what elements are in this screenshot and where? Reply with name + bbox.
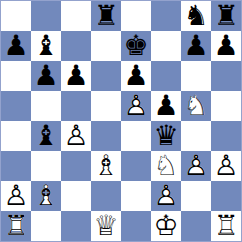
square-b2[interactable]: ♝♗	[31, 181, 61, 211]
piece-outline: ♙	[211, 151, 241, 181]
square-d2[interactable]	[91, 181, 121, 211]
square-c3[interactable]	[61, 151, 91, 181]
square-h5[interactable]	[211, 91, 241, 121]
square-c1[interactable]	[61, 211, 91, 241]
square-g5[interactable]: ♞♘	[181, 91, 211, 121]
black-rook[interactable]: ♜	[91, 1, 121, 31]
piece-fill: ♛	[151, 121, 181, 151]
piece-fill: ♝	[31, 121, 61, 151]
square-g7[interactable]: ♟	[181, 31, 211, 61]
square-b4[interactable]: ♝	[31, 121, 61, 151]
chess-board: ♜♞♜♟♝♚♟♟♟♟♟♟♙♟♞♘♝♟♙♛♝♗♞♘♟♙♟♙♟♙♝♗♟♙♜♖♛♕♚♔…	[0, 0, 242, 242]
square-a7[interactable]: ♟	[1, 31, 31, 61]
square-d8[interactable]: ♜	[91, 1, 121, 31]
piece-outline: ♗	[91, 151, 121, 181]
square-c5[interactable]	[61, 91, 91, 121]
black-pawn[interactable]: ♟	[31, 61, 61, 91]
white-knight[interactable]: ♞♘	[151, 151, 181, 181]
square-a3[interactable]	[1, 151, 31, 181]
square-a5[interactable]	[1, 91, 31, 121]
square-b6[interactable]: ♟	[31, 61, 61, 91]
white-king[interactable]: ♚♔	[151, 211, 181, 241]
square-g1[interactable]	[181, 211, 211, 241]
white-knight[interactable]: ♞♘	[181, 91, 211, 121]
piece-fill: ♟	[1, 31, 31, 61]
white-rook[interactable]: ♜♖	[211, 211, 241, 241]
piece-fill: ♟	[181, 31, 211, 61]
white-pawn[interactable]: ♟♙	[211, 151, 241, 181]
black-pawn[interactable]: ♟	[61, 61, 91, 91]
square-g4[interactable]	[181, 121, 211, 151]
piece-outline: ♙	[1, 181, 31, 211]
piece-fill: ♟	[121, 61, 151, 91]
black-pawn[interactable]: ♟	[181, 31, 211, 61]
square-c4[interactable]: ♟♙	[61, 121, 91, 151]
piece-outline: ♙	[181, 151, 211, 181]
white-pawn[interactable]: ♟♙	[181, 151, 211, 181]
square-g8[interactable]: ♞	[181, 1, 211, 31]
white-pawn[interactable]: ♟♙	[121, 91, 151, 121]
square-d4[interactable]	[91, 121, 121, 151]
square-c2[interactable]	[61, 181, 91, 211]
black-king[interactable]: ♚	[121, 31, 151, 61]
square-a4[interactable]	[1, 121, 31, 151]
square-b7[interactable]: ♝	[31, 31, 61, 61]
square-f7[interactable]	[151, 31, 181, 61]
square-h8[interactable]: ♜	[211, 1, 241, 31]
square-g2[interactable]	[181, 181, 211, 211]
square-f6[interactable]	[151, 61, 181, 91]
square-c6[interactable]: ♟	[61, 61, 91, 91]
square-f1[interactable]: ♚♔	[151, 211, 181, 241]
square-c7[interactable]	[61, 31, 91, 61]
square-h7[interactable]: ♟	[211, 31, 241, 61]
piece-fill: ♜	[211, 1, 241, 31]
piece-fill: ♜	[91, 1, 121, 31]
square-d5[interactable]	[91, 91, 121, 121]
piece-fill: ♝	[31, 31, 61, 61]
square-h2[interactable]	[211, 181, 241, 211]
square-e5[interactable]: ♟♙	[121, 91, 151, 121]
square-h6[interactable]	[211, 61, 241, 91]
piece-outline: ♔	[151, 211, 181, 241]
square-a1[interactable]: ♜♖	[1, 211, 31, 241]
square-b3[interactable]	[31, 151, 61, 181]
black-bishop[interactable]: ♝	[31, 121, 61, 151]
square-f3[interactable]: ♞♘	[151, 151, 181, 181]
piece-outline: ♖	[211, 211, 241, 241]
piece-outline: ♘	[151, 151, 181, 181]
square-f5[interactable]: ♟	[151, 91, 181, 121]
square-a2[interactable]: ♟♙	[1, 181, 31, 211]
square-e3[interactable]	[121, 151, 151, 181]
white-pawn[interactable]: ♟♙	[1, 181, 31, 211]
white-bishop[interactable]: ♝♗	[91, 151, 121, 181]
black-knight[interactable]: ♞	[181, 1, 211, 31]
piece-fill: ♟	[211, 31, 241, 61]
black-queen[interactable]: ♛	[151, 121, 181, 151]
black-pawn[interactable]: ♟	[121, 61, 151, 91]
piece-outline: ♗	[31, 181, 61, 211]
square-e4[interactable]	[121, 121, 151, 151]
black-rook[interactable]: ♜	[211, 1, 241, 31]
square-f4[interactable]: ♛	[151, 121, 181, 151]
square-b1[interactable]	[31, 211, 61, 241]
white-rook[interactable]: ♜♖	[1, 211, 31, 241]
piece-outline: ♖	[1, 211, 31, 241]
piece-outline: ♘	[181, 91, 211, 121]
piece-outline: ♙	[121, 91, 151, 121]
square-d3[interactable]: ♝♗	[91, 151, 121, 181]
white-queen[interactable]: ♛♕	[91, 211, 121, 241]
square-e8[interactable]	[121, 1, 151, 31]
piece-fill: ♟	[31, 61, 61, 91]
piece-outline: ♙	[61, 121, 91, 151]
square-f8[interactable]	[151, 1, 181, 31]
black-pawn[interactable]: ♟	[151, 91, 181, 121]
black-bishop[interactable]: ♝	[31, 31, 61, 61]
black-pawn[interactable]: ♟	[1, 31, 31, 61]
square-g6[interactable]	[181, 61, 211, 91]
square-a6[interactable]	[1, 61, 31, 91]
white-pawn[interactable]: ♟♙	[61, 121, 91, 151]
white-pawn[interactable]: ♟♙	[151, 181, 181, 211]
white-bishop[interactable]: ♝♗	[31, 181, 61, 211]
piece-outline: ♙	[151, 181, 181, 211]
piece-fill: ♚	[121, 31, 151, 61]
square-d7[interactable]	[91, 31, 121, 61]
square-h4[interactable]	[211, 121, 241, 151]
piece-outline: ♕	[91, 211, 121, 241]
piece-fill: ♟	[61, 61, 91, 91]
square-e7[interactable]: ♚	[121, 31, 151, 61]
square-b8[interactable]	[31, 1, 61, 31]
square-a8[interactable]	[1, 1, 31, 31]
square-f2[interactable]: ♟♙	[151, 181, 181, 211]
piece-fill: ♞	[181, 1, 211, 31]
square-e1[interactable]	[121, 211, 151, 241]
square-e6[interactable]: ♟	[121, 61, 151, 91]
piece-fill: ♟	[151, 91, 181, 121]
square-d6[interactable]	[91, 61, 121, 91]
square-b5[interactable]	[31, 91, 61, 121]
square-e2[interactable]	[121, 181, 151, 211]
square-g3[interactable]: ♟♙	[181, 151, 211, 181]
square-d1[interactable]: ♛♕	[91, 211, 121, 241]
square-h3[interactable]: ♟♙	[211, 151, 241, 181]
square-h1[interactable]: ♜♖	[211, 211, 241, 241]
square-c8[interactable]	[61, 1, 91, 31]
black-pawn[interactable]: ♟	[211, 31, 241, 61]
